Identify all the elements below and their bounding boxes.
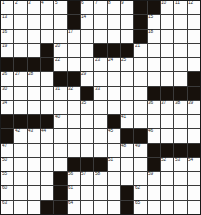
clue-number: 35 (81, 101, 86, 106)
clue-number: 28 (28, 72, 33, 77)
crossword-cell[interactable]: 61 (68, 186, 80, 199)
crossword-cell[interactable] (121, 158, 133, 171)
crossword-cell[interactable] (188, 30, 200, 43)
clue-number: 52 (161, 158, 166, 163)
clue-number: 3 (28, 1, 31, 6)
crossword-cell[interactable] (28, 172, 40, 185)
crossword-cell[interactable]: 2 (14, 1, 26, 14)
crossword-cell[interactable] (121, 101, 133, 114)
crossword-cell[interactable] (14, 186, 26, 199)
crossword-cell[interactable]: 38 (174, 101, 186, 114)
clue-number: 51 (108, 158, 113, 163)
clue-number: 41 (121, 115, 126, 120)
crossword-cell[interactable]: 7 (94, 1, 106, 14)
crossword-cell[interactable] (108, 15, 120, 28)
crossword-cell[interactable]: 4 (41, 1, 53, 14)
crossword-cell[interactable] (28, 44, 40, 57)
crossword-cell[interactable] (94, 186, 106, 199)
black-cell (108, 115, 120, 128)
crossword-cell[interactable] (54, 129, 66, 142)
black-cell (68, 158, 80, 171)
crossword-cell[interactable] (188, 58, 200, 71)
crossword-cell[interactable] (41, 186, 53, 199)
crossword-cell[interactable] (121, 15, 133, 28)
crossword-cell[interactable] (14, 101, 26, 114)
crossword-cell[interactable] (188, 129, 200, 142)
clue-number: 21 (135, 44, 140, 49)
crossword-cell[interactable] (28, 144, 40, 157)
black-cell (54, 72, 66, 85)
crossword-cell[interactable]: 30 (1, 87, 13, 100)
crossword-cell[interactable] (161, 172, 173, 185)
clue-number: 39 (188, 101, 193, 106)
crossword-cell[interactable] (41, 172, 53, 185)
black-cell (54, 201, 66, 214)
clue-number: 63 (2, 201, 7, 206)
crossword-cell[interactable] (41, 30, 53, 43)
crossword-cell[interactable] (148, 201, 160, 214)
crossword-cell[interactable]: 40 (54, 115, 66, 128)
clue-number: 64 (68, 201, 73, 206)
clue-number: 26 (2, 72, 7, 77)
crossword-cell[interactable] (121, 30, 133, 43)
crossword-cell[interactable] (94, 144, 106, 157)
clue-number: 29 (81, 72, 86, 77)
crossword-cell[interactable] (28, 201, 40, 214)
crossword-cell[interactable]: 42 (14, 129, 26, 142)
crossword-cell[interactable] (134, 158, 146, 171)
crossword-cell[interactable] (41, 158, 53, 171)
crossword-cell[interactable]: 29 (81, 72, 93, 85)
black-cell (121, 44, 133, 57)
crossword-cell[interactable] (28, 15, 40, 28)
black-cell (81, 158, 93, 171)
crossword-cell[interactable] (174, 58, 186, 71)
clue-number: 46 (148, 129, 153, 134)
black-cell (188, 72, 200, 85)
clue-number: 30 (2, 87, 7, 92)
crossword-cell[interactable] (161, 186, 173, 199)
clue-number: 55 (2, 172, 7, 177)
clue-number: 48 (121, 144, 126, 149)
crossword-cell[interactable] (94, 72, 106, 85)
crossword-cell[interactable] (174, 115, 186, 128)
crossword-cell[interactable] (134, 72, 146, 85)
black-cell (148, 1, 160, 14)
crossword-cell[interactable]: 60 (1, 186, 13, 199)
clue-number: 15 (148, 15, 153, 20)
crossword-cell[interactable] (148, 186, 160, 199)
clue-number: 33 (95, 87, 100, 92)
crossword-cell[interactable] (81, 58, 93, 71)
black-cell (54, 172, 66, 185)
crossword-cell[interactable]: 64 (68, 201, 80, 214)
crossword-cell[interactable] (134, 101, 146, 114)
clue-number: 45 (108, 129, 113, 134)
crossword-cell[interactable] (28, 87, 40, 100)
clue-number: 20 (55, 44, 60, 49)
crossword-cell[interactable] (81, 129, 93, 142)
crossword-cell[interactable] (81, 201, 93, 214)
crossword-cell[interactable] (174, 186, 186, 199)
crossword-cell[interactable] (81, 115, 93, 128)
black-cell (1, 58, 13, 71)
crossword-cell[interactable] (161, 30, 173, 43)
crossword-cell[interactable]: 37 (161, 101, 173, 114)
crossword-cell[interactable]: 13 (1, 15, 13, 28)
black-cell (134, 30, 146, 43)
crossword-cell[interactable] (81, 186, 93, 199)
crossword-cell[interactable] (94, 101, 106, 114)
black-cell (134, 1, 146, 14)
black-cell (68, 72, 80, 85)
crossword-cell[interactable] (68, 58, 80, 71)
crossword-cell[interactable] (68, 115, 80, 128)
black-cell (14, 115, 26, 128)
clue-number: 6 (81, 1, 84, 6)
crossword-cell[interactable]: 47 (1, 144, 13, 157)
crossword-cell[interactable]: 26 (1, 72, 13, 85)
crossword-cell[interactable]: 35 (81, 101, 93, 114)
crossword-cell[interactable] (161, 15, 173, 28)
crossword-cell[interactable] (121, 87, 133, 100)
clue-number: 61 (68, 186, 73, 191)
crossword-cell[interactable] (161, 72, 173, 85)
clue-number: 50 (2, 158, 7, 163)
black-cell (81, 87, 93, 100)
clue-number: 57 (81, 172, 86, 177)
black-cell (28, 58, 40, 71)
crossword-cell[interactable] (148, 58, 160, 71)
crossword-cell[interactable] (108, 30, 120, 43)
crossword-cell[interactable] (41, 144, 53, 157)
crossword-cell[interactable] (108, 72, 120, 85)
crossword-cell[interactable]: 14 (81, 15, 93, 28)
crossword-cell[interactable]: 25 (121, 58, 133, 71)
crossword-cell[interactable] (174, 15, 186, 28)
crossword-cell[interactable] (134, 87, 146, 100)
crossword-cell[interactable] (41, 15, 53, 28)
crossword-cell[interactable]: 17 (68, 30, 80, 43)
crossword-cell[interactable] (188, 186, 200, 199)
clue-number: 9 (121, 1, 124, 6)
black-cell (68, 1, 80, 14)
black-cell (148, 158, 160, 171)
clue-number: 11 (175, 1, 180, 6)
clue-number: 60 (2, 186, 7, 191)
crossword-cell[interactable] (108, 172, 120, 185)
crossword-cell[interactable] (94, 15, 106, 28)
crossword-cell[interactable] (94, 129, 106, 142)
crossword-cell[interactable] (14, 201, 26, 214)
black-cell (41, 201, 53, 214)
clue-number: 14 (81, 15, 86, 20)
crossword-cell[interactable]: 48 (121, 144, 133, 157)
black-cell (174, 87, 186, 100)
crossword-cell[interactable]: 50 (1, 158, 13, 171)
black-cell (134, 15, 146, 28)
crossword-cell[interactable] (161, 58, 173, 71)
crossword-cell[interactable]: 57 (81, 172, 93, 185)
black-cell (121, 129, 133, 142)
crossword-cell[interactable]: 6 (81, 1, 93, 14)
clue-number: 13 (2, 15, 7, 20)
crossword-cell[interactable]: 11 (174, 1, 186, 14)
crossword-cell[interactable] (108, 201, 120, 214)
black-cell (41, 58, 53, 71)
black-cell (134, 129, 146, 142)
crossword-cell[interactable] (68, 101, 80, 114)
clue-number: 1 (2, 1, 5, 6)
clue-number: 22 (55, 58, 60, 63)
crossword-cell[interactable] (28, 30, 40, 43)
clue-number: 54 (188, 158, 193, 163)
crossword-cell[interactable]: 22 (54, 58, 66, 71)
crossword-cell[interactable]: 21 (134, 44, 146, 57)
crossword-cell[interactable]: 46 (148, 129, 160, 142)
crossword-cell[interactable] (134, 172, 146, 185)
crossword-cell[interactable]: 9 (121, 1, 133, 14)
clue-number: 5 (55, 1, 58, 6)
crossword-cell[interactable] (94, 30, 106, 43)
crossword-cell[interactable] (14, 15, 26, 28)
crossword-cell[interactable] (108, 144, 120, 157)
crossword-cell[interactable]: 27 (14, 72, 26, 85)
clue-number: 44 (41, 129, 46, 134)
crossword-cell[interactable] (41, 87, 53, 100)
crossword-cell[interactable]: 34 (1, 101, 13, 114)
crossword-cell[interactable] (14, 172, 26, 185)
crossword-cell[interactable] (81, 30, 93, 43)
crossword-cell[interactable]: 28 (28, 72, 40, 85)
clue-number: 10 (161, 1, 166, 6)
crossword-cell[interactable] (41, 72, 53, 85)
crossword-cell[interactable] (174, 129, 186, 142)
crossword-cell[interactable]: 5 (54, 1, 66, 14)
crossword-cell[interactable]: 31 (54, 87, 66, 100)
clue-number: 12 (188, 1, 193, 6)
black-cell (94, 158, 106, 171)
clue-number: 8 (108, 1, 111, 6)
crossword-cell[interactable] (14, 87, 26, 100)
clue-number: 38 (175, 101, 180, 106)
clue-number: 65 (135, 201, 140, 206)
crossword-cell[interactable] (14, 44, 26, 57)
crossword-cell[interactable]: 43 (28, 129, 40, 142)
clue-number: 43 (28, 129, 33, 134)
black-cell (188, 87, 200, 100)
crossword-cell[interactable]: 8 (108, 1, 120, 14)
crossword-cell[interactable]: 16 (1, 30, 13, 43)
crossword-board: 1234567891011121314151617181920212223242… (0, 0, 201, 215)
black-cell (28, 115, 40, 128)
black-cell (121, 201, 133, 214)
crossword-cell[interactable]: 53 (174, 158, 186, 171)
crossword-cell[interactable]: 33 (94, 87, 106, 100)
clue-number: 58 (95, 172, 100, 177)
crossword-cell[interactable] (54, 158, 66, 171)
crossword-cell[interactable]: 56 (68, 172, 80, 185)
clue-number: 47 (2, 144, 7, 149)
crossword-cell[interactable] (108, 87, 120, 100)
crossword-cell[interactable]: 39 (188, 101, 200, 114)
clue-number: 24 (108, 58, 113, 63)
crossword-cell[interactable] (41, 101, 53, 114)
crossword-cell[interactable]: 23 (94, 58, 106, 71)
clue-number: 40 (55, 115, 60, 120)
clue-number: 37 (161, 101, 166, 106)
crossword-cell[interactable]: 58 (94, 172, 106, 185)
black-cell (108, 44, 120, 57)
clue-number: 56 (68, 172, 73, 177)
crossword-cell[interactable]: 51 (108, 158, 120, 171)
crossword-cell[interactable]: 54 (188, 158, 200, 171)
clue-number: 31 (55, 87, 60, 92)
crossword-cell[interactable]: 18 (148, 30, 160, 43)
clue-number: 2 (15, 1, 18, 6)
crossword-cell[interactable]: 1 (1, 1, 13, 14)
black-cell (14, 58, 26, 71)
crossword-cell[interactable] (28, 186, 40, 199)
crossword-cell[interactable]: 49 (134, 144, 146, 157)
clue-number: 23 (95, 58, 100, 63)
crossword-cell[interactable]: 24 (108, 58, 120, 71)
crossword-cell[interactable] (134, 58, 146, 71)
crossword-cell[interactable] (54, 15, 66, 28)
crossword-cell[interactable]: 63 (1, 201, 13, 214)
crossword-cell[interactable] (54, 144, 66, 157)
clue-number: 34 (2, 101, 7, 106)
clue-number: 18 (148, 30, 153, 35)
crossword-cell[interactable] (68, 44, 80, 57)
crossword-cell[interactable] (188, 15, 200, 28)
crossword-cell[interactable] (68, 144, 80, 157)
black-cell (68, 15, 80, 28)
crossword-cell[interactable] (174, 44, 186, 57)
crossword-cell[interactable]: 12 (188, 1, 200, 14)
black-cell (121, 186, 133, 199)
crossword-cell[interactable] (148, 115, 160, 128)
crossword-cell[interactable]: 15 (148, 15, 160, 28)
clue-number: 27 (15, 72, 20, 77)
black-cell (41, 115, 53, 128)
crossword-cell[interactable] (28, 158, 40, 171)
crossword-cell[interactable]: 52 (161, 158, 173, 171)
clue-number: 4 (41, 1, 44, 6)
clue-number: 42 (15, 129, 20, 134)
crossword-cell[interactable] (121, 72, 133, 85)
crossword-cell[interactable] (161, 44, 173, 57)
crossword-cell[interactable] (108, 101, 120, 114)
crossword-cell[interactable] (94, 201, 106, 214)
crossword-cell[interactable] (14, 30, 26, 43)
crossword-cell[interactable] (68, 129, 80, 142)
crossword-cell[interactable] (54, 30, 66, 43)
crossword-cell[interactable] (14, 144, 26, 157)
crossword-cell[interactable] (108, 186, 120, 199)
black-cell (1, 115, 13, 128)
crossword-cell[interactable]: 62 (134, 186, 146, 199)
crossword-cell[interactable] (161, 115, 173, 128)
black-cell (161, 87, 173, 100)
crossword-cell[interactable] (148, 44, 160, 57)
crossword-cell[interactable] (174, 172, 186, 185)
crossword-cell[interactable]: 41 (121, 115, 133, 128)
crossword-cell[interactable]: 55 (1, 172, 13, 185)
clue-number: 19 (2, 44, 7, 49)
black-cell (188, 144, 200, 157)
crossword-cell[interactable] (94, 115, 106, 128)
clue-number: 17 (68, 30, 73, 35)
crossword-cell[interactable]: 19 (1, 44, 13, 57)
crossword-cell[interactable] (148, 72, 160, 85)
crossword-cell[interactable]: 36 (148, 101, 160, 114)
crossword-cell[interactable] (161, 201, 173, 214)
crossword-cell[interactable] (81, 144, 93, 157)
clue-number: 36 (148, 101, 153, 106)
black-cell (148, 144, 160, 157)
crossword-cell[interactable] (188, 44, 200, 57)
crossword-cell[interactable]: 32 (68, 87, 80, 100)
black-cell (1, 129, 13, 142)
black-cell (174, 144, 186, 157)
crossword-cell[interactable] (188, 115, 200, 128)
clue-number: 49 (135, 144, 140, 149)
crossword-cell[interactable] (14, 158, 26, 171)
clue-number: 32 (68, 87, 73, 92)
clue-number: 53 (175, 158, 180, 163)
crossword-cell[interactable]: 20 (54, 44, 66, 57)
crossword-cell[interactable] (121, 172, 133, 185)
crossword-cell[interactable] (134, 115, 146, 128)
crossword-cell[interactable]: 44 (41, 129, 53, 142)
crossword-cell[interactable] (174, 72, 186, 85)
crossword-cell[interactable]: 59 (148, 172, 160, 185)
clue-number: 16 (2, 30, 7, 35)
black-cell (54, 186, 66, 199)
black-cell (41, 44, 53, 57)
crossword-cell[interactable] (174, 201, 186, 214)
black-cell (161, 144, 173, 157)
crossword-cell[interactable] (188, 172, 200, 185)
crossword-cell[interactable]: 3 (28, 1, 40, 14)
black-cell (148, 87, 160, 100)
crossword-cell[interactable] (188, 201, 200, 214)
crossword-cell[interactable] (81, 44, 93, 57)
crossword-cell[interactable] (54, 101, 66, 114)
crossword-cell[interactable]: 45 (108, 129, 120, 142)
black-cell (94, 44, 106, 57)
clue-number: 59 (148, 172, 153, 177)
crossword-cell[interactable] (28, 101, 40, 114)
crossword-cell[interactable] (161, 129, 173, 142)
crossword-cell[interactable]: 65 (134, 201, 146, 214)
crossword-cell[interactable]: 10 (161, 1, 173, 14)
crossword-cell[interactable] (174, 30, 186, 43)
clue-number: 7 (95, 1, 98, 6)
clue-number: 62 (135, 186, 140, 191)
clue-number: 25 (121, 58, 126, 63)
